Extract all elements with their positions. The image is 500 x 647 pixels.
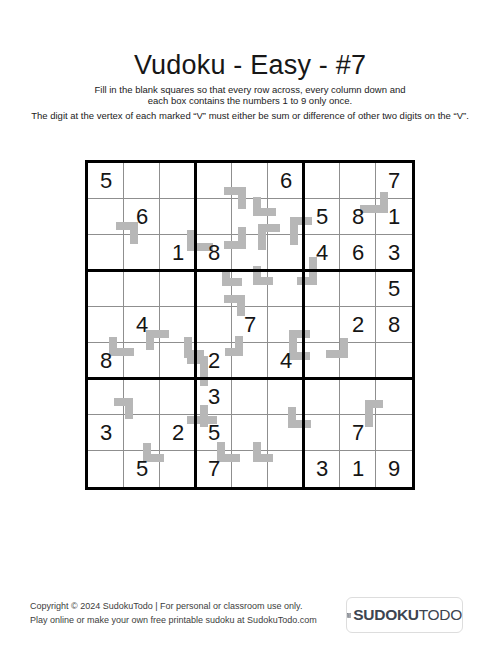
- logo-text-todo: TODO: [419, 606, 462, 623]
- grid-logo-icon: [347, 608, 351, 623]
- digit-r4c9: 5: [376, 271, 412, 307]
- digit-r6c6: 4: [268, 343, 304, 379]
- digit-r9c2: 5: [124, 451, 160, 487]
- digit-r4c6: [268, 271, 304, 307]
- digit-r2c6: [268, 199, 304, 235]
- footer-line1: Copyright © 2024 SudokuTodo | For person…: [30, 601, 302, 611]
- digit-r9c5: [232, 451, 268, 487]
- digit-r1c6: 6: [268, 163, 304, 199]
- digit-r9c7: 3: [304, 451, 340, 487]
- page-title: Vudoku - Easy - #7: [0, 50, 500, 81]
- digit-r1c1: 5: [88, 163, 124, 199]
- digit-r3c1: [88, 235, 124, 271]
- digit-r6c2: [124, 343, 160, 379]
- digit-r7c5: [232, 379, 268, 415]
- digit-r8c5: [232, 415, 268, 451]
- digit-r7c4: 3: [196, 379, 232, 415]
- digit-r5c9: 8: [376, 307, 412, 343]
- digit-r6c9: [376, 343, 412, 379]
- digit-r7c3: [160, 379, 196, 415]
- digit-r3c9: 3: [376, 235, 412, 271]
- digit-r4c4: [196, 271, 232, 307]
- sudoku-board: 567658118463547288243325757319: [85, 160, 415, 490]
- digit-r2c9: 1: [376, 199, 412, 235]
- digit-r8c7: [304, 415, 340, 451]
- digit-r8c1: 3: [88, 415, 124, 451]
- digit-r5c4: [196, 307, 232, 343]
- instructions-line1: Fill in the blank squares so that every …: [94, 84, 405, 95]
- digit-r1c7: [304, 163, 340, 199]
- digit-r2c8: 8: [340, 199, 376, 235]
- digit-r1c4: [196, 163, 232, 199]
- digit-r5c1: [88, 307, 124, 343]
- instructions-line2: each box contains the numbers 1 to 9 onl…: [148, 95, 352, 106]
- digit-r8c2: [124, 415, 160, 451]
- digit-r2c2: 6: [124, 199, 160, 235]
- digit-r8c9: [376, 415, 412, 451]
- puzzle-page: Vudoku - Easy - #7 Fill in the blank squ…: [0, 0, 500, 647]
- digit-r7c1: [88, 379, 124, 415]
- digit-r5c6: [268, 307, 304, 343]
- digit-r9c6: [268, 451, 304, 487]
- digit-r7c6: [268, 379, 304, 415]
- digit-r9c8: 1: [340, 451, 376, 487]
- digit-r8c3: 2: [160, 415, 196, 451]
- digit-r4c2: [124, 271, 160, 307]
- digit-r5c7: [304, 307, 340, 343]
- digit-r2c4: [196, 199, 232, 235]
- digit-r6c7: [304, 343, 340, 379]
- digit-r2c7: 5: [304, 199, 340, 235]
- digits-layer: 567658118463547288243325757319: [88, 163, 412, 487]
- digit-r6c4: 2: [196, 343, 232, 379]
- digit-r1c3: [160, 163, 196, 199]
- digit-r5c5: 7: [232, 307, 268, 343]
- digit-r3c4: 8: [196, 235, 232, 271]
- digit-r3c2: [124, 235, 160, 271]
- digit-r7c2: [124, 379, 160, 415]
- digit-r6c5: [232, 343, 268, 379]
- digit-r2c3: [160, 199, 196, 235]
- digit-r1c5: [232, 163, 268, 199]
- v-rule-note: The digit at the vertex of each marked “…: [0, 110, 500, 121]
- digit-r9c9: 9: [376, 451, 412, 487]
- footer-line2: Play online or make your own free printa…: [30, 615, 317, 625]
- digit-r3c7: 4: [304, 235, 340, 271]
- digit-r8c6: [268, 415, 304, 451]
- digit-r4c7: [304, 271, 340, 307]
- digit-r1c2: [124, 163, 160, 199]
- digit-r9c4: 7: [196, 451, 232, 487]
- digit-r6c3: [160, 343, 196, 379]
- digit-r3c6: [268, 235, 304, 271]
- sudokutodo-logo: SUDOKUTODO: [346, 597, 463, 633]
- digit-r1c9: 7: [376, 163, 412, 199]
- digit-r3c5: [232, 235, 268, 271]
- digit-r1c8: [340, 163, 376, 199]
- digit-r9c3: [160, 451, 196, 487]
- digit-r4c8: [340, 271, 376, 307]
- logo-text: SUDOKUTODO: [353, 606, 462, 624]
- digit-r9c1: [88, 451, 124, 487]
- digit-r7c7: [304, 379, 340, 415]
- digit-r4c5: [232, 271, 268, 307]
- digit-r8c8: 7: [340, 415, 376, 451]
- logo-text-sudoku: SUDOKU: [353, 606, 418, 623]
- digit-r8c4: 5: [196, 415, 232, 451]
- footer-copyright: Copyright © 2024 SudokuTodo | For person…: [30, 600, 317, 627]
- digit-r2c5: [232, 199, 268, 235]
- digit-r4c1: [88, 271, 124, 307]
- digit-r6c8: [340, 343, 376, 379]
- digit-r7c9: [376, 379, 412, 415]
- digit-r2c1: [88, 199, 124, 235]
- digit-r3c3: 1: [160, 235, 196, 271]
- digit-r5c3: [160, 307, 196, 343]
- instructions: Fill in the blank squares so that every …: [0, 84, 500, 106]
- digit-r5c2: 4: [124, 307, 160, 343]
- digit-r6c1: 8: [88, 343, 124, 379]
- digit-r3c8: 6: [340, 235, 376, 271]
- digit-r5c8: 2: [340, 307, 376, 343]
- digit-r7c8: [340, 379, 376, 415]
- digit-r4c3: [160, 271, 196, 307]
